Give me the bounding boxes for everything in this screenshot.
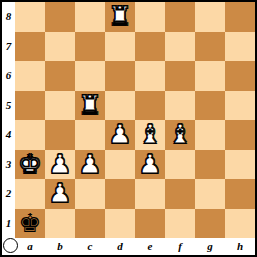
rank-label-4: 4 — [2, 120, 15, 150]
file-label-h: h — [225, 238, 255, 255]
square-a1[interactable]: ♚ — [15, 209, 45, 239]
piece-white-bishop[interactable]: ♝ — [135, 120, 165, 150]
square-a3[interactable]: ♚ — [15, 150, 45, 180]
square-f6[interactable] — [165, 61, 195, 91]
white-to-move-indicator — [3, 238, 18, 253]
chess-board-diagram: ♜♜♟♝♝♚♟♟♟♟♚ 87654321 abcdefgh — [0, 0, 257, 257]
square-f2[interactable] — [165, 179, 195, 209]
square-g4[interactable] — [195, 120, 225, 150]
piece-white-pawn[interactable]: ♟ — [75, 150, 105, 180]
square-h4[interactable] — [225, 120, 255, 150]
square-a8[interactable] — [15, 2, 45, 32]
square-h3[interactable] — [225, 150, 255, 180]
square-g2[interactable] — [195, 179, 225, 209]
rank-label-3: 3 — [2, 150, 15, 180]
square-b2[interactable]: ♟ — [45, 179, 75, 209]
square-b3[interactable]: ♟ — [45, 150, 75, 180]
piece-white-pawn[interactable]: ♟ — [45, 179, 75, 209]
rank-labels: 87654321 — [2, 2, 15, 238]
square-f4[interactable]: ♝ — [165, 120, 195, 150]
square-b1[interactable] — [45, 209, 75, 239]
file-label-f: f — [165, 238, 195, 255]
piece-white-pawn[interactable]: ♟ — [45, 150, 75, 180]
square-c6[interactable] — [75, 61, 105, 91]
square-a4[interactable] — [15, 120, 45, 150]
square-g6[interactable] — [195, 61, 225, 91]
square-b8[interactable] — [45, 2, 75, 32]
rank-label-1: 1 — [2, 209, 15, 239]
square-h6[interactable] — [225, 61, 255, 91]
square-e2[interactable] — [135, 179, 165, 209]
file-label-g: g — [195, 238, 225, 255]
square-d3[interactable] — [105, 150, 135, 180]
rank-label-2: 2 — [2, 179, 15, 209]
file-label-a: a — [15, 238, 45, 255]
square-h7[interactable] — [225, 32, 255, 62]
square-a7[interactable] — [15, 32, 45, 62]
square-e5[interactable] — [135, 91, 165, 121]
square-e6[interactable] — [135, 61, 165, 91]
square-c2[interactable] — [75, 179, 105, 209]
square-a6[interactable] — [15, 61, 45, 91]
chess-board: ♜♜♟♝♝♚♟♟♟♟♚ — [15, 2, 255, 238]
file-label-e: e — [135, 238, 165, 255]
square-g1[interactable] — [195, 209, 225, 239]
piece-white-pawn[interactable]: ♟ — [135, 150, 165, 180]
square-e3[interactable]: ♟ — [135, 150, 165, 180]
square-g8[interactable] — [195, 2, 225, 32]
square-c4[interactable] — [75, 120, 105, 150]
square-c5[interactable]: ♜ — [75, 91, 105, 121]
square-d7[interactable] — [105, 32, 135, 62]
square-h5[interactable] — [225, 91, 255, 121]
square-e7[interactable] — [135, 32, 165, 62]
file-label-c: c — [75, 238, 105, 255]
square-h1[interactable] — [225, 209, 255, 239]
square-e8[interactable] — [135, 2, 165, 32]
square-f7[interactable] — [165, 32, 195, 62]
square-a5[interactable] — [15, 91, 45, 121]
rank-label-5: 5 — [2, 91, 15, 121]
square-c8[interactable] — [75, 2, 105, 32]
square-d6[interactable] — [105, 61, 135, 91]
square-g5[interactable] — [195, 91, 225, 121]
square-c3[interactable]: ♟ — [75, 150, 105, 180]
rank-label-7: 7 — [2, 32, 15, 62]
piece-black-king[interactable]: ♚ — [15, 209, 45, 239]
square-f8[interactable] — [165, 2, 195, 32]
square-b5[interactable] — [45, 91, 75, 121]
piece-white-rook[interactable]: ♜ — [105, 2, 135, 32]
file-label-d: d — [105, 238, 135, 255]
piece-white-bishop[interactable]: ♝ — [165, 120, 195, 150]
file-label-b: b — [45, 238, 75, 255]
square-h8[interactable] — [225, 2, 255, 32]
square-d8[interactable]: ♜ — [105, 2, 135, 32]
square-b6[interactable] — [45, 61, 75, 91]
square-h2[interactable] — [225, 179, 255, 209]
piece-white-king[interactable]: ♚ — [15, 150, 45, 180]
square-c1[interactable] — [75, 209, 105, 239]
square-e4[interactable]: ♝ — [135, 120, 165, 150]
square-b4[interactable] — [45, 120, 75, 150]
piece-white-pawn[interactable]: ♟ — [105, 120, 135, 150]
square-d4[interactable]: ♟ — [105, 120, 135, 150]
square-c7[interactable] — [75, 32, 105, 62]
square-f3[interactable] — [165, 150, 195, 180]
square-a2[interactable] — [15, 179, 45, 209]
square-g3[interactable] — [195, 150, 225, 180]
square-f5[interactable] — [165, 91, 195, 121]
square-d1[interactable] — [105, 209, 135, 239]
rank-label-6: 6 — [2, 61, 15, 91]
square-g7[interactable] — [195, 32, 225, 62]
square-f1[interactable] — [165, 209, 195, 239]
file-labels: abcdefgh — [15, 238, 255, 255]
square-e1[interactable] — [135, 209, 165, 239]
square-b7[interactable] — [45, 32, 75, 62]
rank-label-8: 8 — [2, 2, 15, 32]
square-d5[interactable] — [105, 91, 135, 121]
square-d2[interactable] — [105, 179, 135, 209]
piece-white-rook[interactable]: ♜ — [75, 91, 105, 121]
